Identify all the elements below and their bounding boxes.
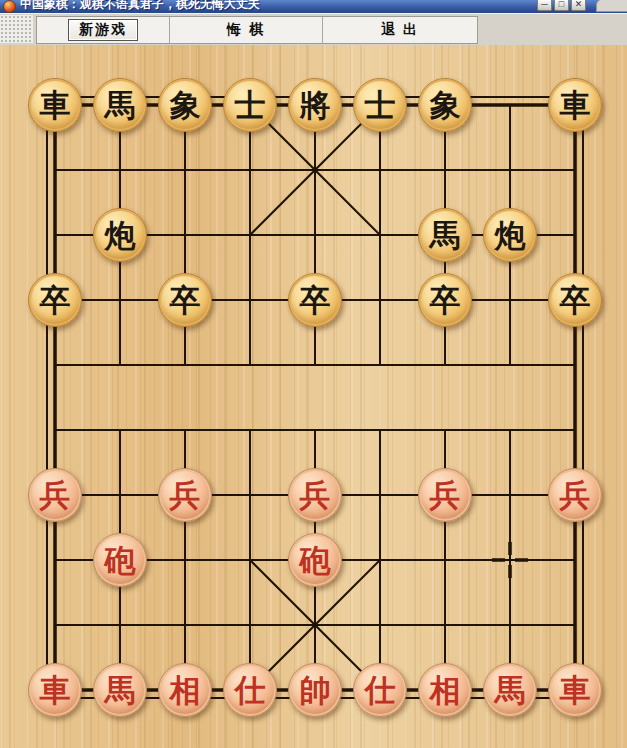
piece-red-soldier[interactable]: 兵 [288,468,342,522]
piece-black-chariot[interactable]: 車 [28,78,82,132]
window-title: 中国象棋：观棋不语真君子，棋死无悔大丈夫 [20,0,260,13]
piece-black-advisor[interactable]: 士 [353,78,407,132]
piece-black-soldier[interactable]: 卒 [548,273,602,327]
app-icon [3,0,16,13]
undo-move-button[interactable]: 悔 棋 [169,17,322,43]
piece-black-cannon[interactable]: 炮 [483,208,537,262]
undo-move-label: 悔 棋 [227,21,265,39]
piece-red-soldier[interactable]: 兵 [28,468,82,522]
app-window: 中国象棋：观棋不语真君子，棋死无悔大丈夫 ─ □ ✕ 新游戏 悔 棋 退 出 車… [0,0,627,748]
board-grid-svg [0,45,627,748]
background-window-corner [596,0,627,12]
piece-black-cannon[interactable]: 炮 [93,208,147,262]
exit-button[interactable]: 退 出 [322,17,477,43]
toolbar-grip [0,15,33,43]
piece-red-cannon[interactable]: 砲 [93,533,147,587]
piece-black-chariot[interactable]: 車 [548,78,602,132]
exit-label: 退 出 [381,21,419,39]
xiangqi-board[interactable]: 車馬象士將士象車炮馬炮卒卒卒卒卒兵兵兵兵兵砲砲車馬相仕帥仕相馬車 [0,45,627,748]
piece-black-horse[interactable]: 馬 [93,78,147,132]
piece-black-soldier[interactable]: 卒 [158,273,212,327]
piece-black-horse[interactable]: 馬 [418,208,472,262]
title-bar: 中国象棋：观棋不语真君子，棋死无悔大丈夫 ─ □ ✕ [0,0,627,13]
maximize-button[interactable]: □ [554,0,569,11]
piece-black-soldier[interactable]: 卒 [288,273,342,327]
piece-black-general[interactable]: 將 [288,78,342,132]
piece-black-advisor[interactable]: 士 [223,78,277,132]
piece-red-advisor[interactable]: 仕 [353,663,407,717]
piece-red-chariot[interactable]: 車 [548,663,602,717]
toolbar: 新游戏 悔 棋 退 出 [0,13,627,46]
window-controls: ─ □ ✕ [537,0,586,11]
piece-red-horse[interactable]: 馬 [93,663,147,717]
piece-black-soldier[interactable]: 卒 [418,273,472,327]
piece-red-advisor[interactable]: 仕 [223,663,277,717]
close-button[interactable]: ✕ [571,0,586,11]
piece-black-soldier[interactable]: 卒 [28,273,82,327]
piece-red-cannon[interactable]: 砲 [288,533,342,587]
piece-black-elephant[interactable]: 象 [158,78,212,132]
piece-red-soldier[interactable]: 兵 [418,468,472,522]
piece-red-soldier[interactable]: 兵 [548,468,602,522]
piece-black-elephant[interactable]: 象 [418,78,472,132]
piece-red-elephant[interactable]: 相 [158,663,212,717]
piece-red-elephant[interactable]: 相 [418,663,472,717]
piece-red-soldier[interactable]: 兵 [158,468,212,522]
piece-red-general[interactable]: 帥 [288,663,342,717]
piece-red-chariot[interactable]: 車 [28,663,82,717]
piece-red-horse[interactable]: 馬 [483,663,537,717]
toolbar-button-panel: 新游戏 悔 棋 退 出 [36,16,478,44]
new-game-button[interactable]: 新游戏 [37,17,169,43]
minimize-button[interactable]: ─ [537,0,552,11]
new-game-label[interactable]: 新游戏 [68,19,138,41]
